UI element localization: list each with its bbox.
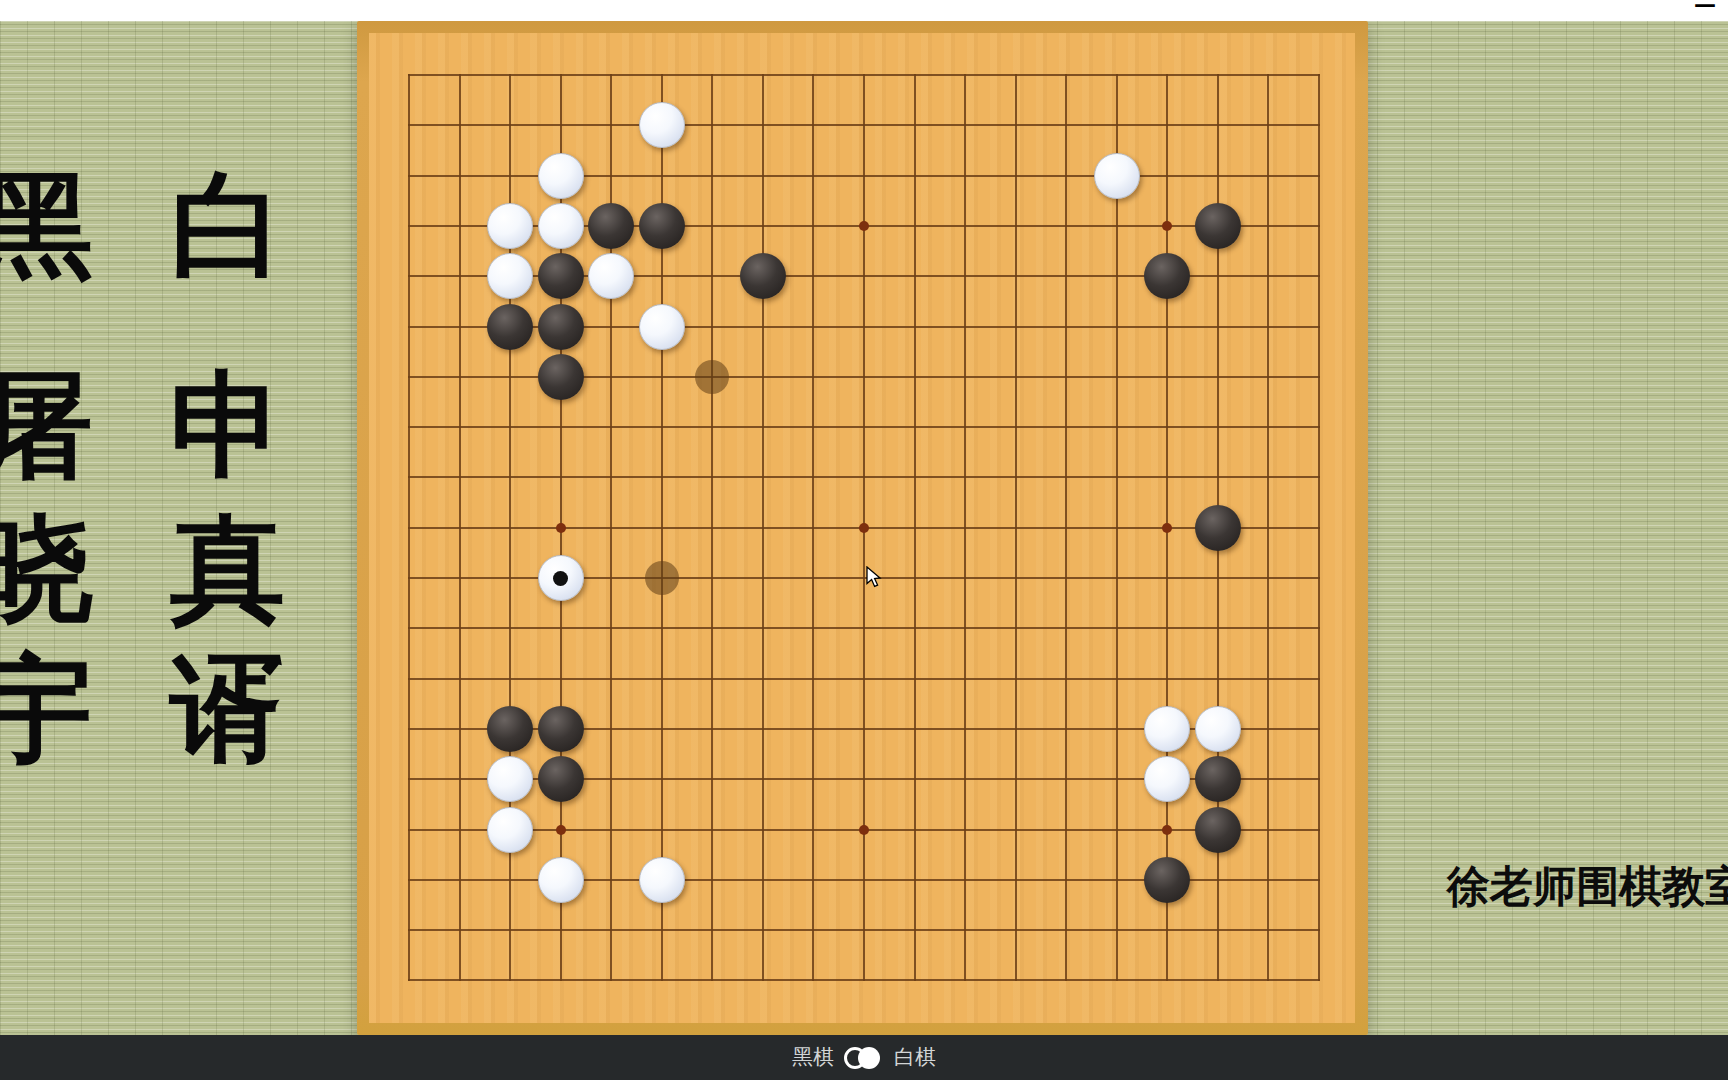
go-board[interactable] bbox=[357, 21, 1368, 1035]
white-stone bbox=[1144, 706, 1190, 752]
black-player-char: 黑 bbox=[0, 168, 93, 283]
grid-horizontal-line bbox=[408, 627, 1320, 629]
white-stone bbox=[487, 203, 533, 249]
titlebar: — bbox=[0, 0, 1728, 21]
white-stone bbox=[487, 253, 533, 299]
black-stones-label: 黑棋 bbox=[792, 1035, 834, 1080]
black-stone bbox=[1195, 505, 1241, 551]
hoshi-point bbox=[556, 523, 566, 533]
hoshi-point bbox=[556, 825, 566, 835]
last-move-marker bbox=[553, 571, 568, 586]
white-stone bbox=[639, 102, 685, 148]
mouse-cursor bbox=[866, 566, 888, 590]
black-stone bbox=[639, 203, 685, 249]
grid-horizontal-line bbox=[408, 678, 1320, 680]
grid-vertical-line bbox=[1065, 74, 1067, 981]
grid-vertical-line bbox=[1318, 74, 1320, 981]
grid-vertical-line bbox=[1267, 74, 1269, 981]
stone-color-toggle[interactable] bbox=[844, 1047, 880, 1069]
white-stone bbox=[639, 304, 685, 350]
white-stone bbox=[1195, 706, 1241, 752]
white-stone bbox=[1094, 153, 1140, 199]
ghost-stone bbox=[695, 360, 729, 394]
minimize-icon[interactable]: — bbox=[1694, 0, 1716, 15]
white-player-char: 谞 bbox=[170, 652, 285, 767]
white-stone bbox=[538, 203, 584, 249]
hoshi-point bbox=[859, 825, 869, 835]
bottom-toolbar: 黑棋 白棋 bbox=[0, 1035, 1728, 1080]
black-player-char: 宇 bbox=[0, 652, 93, 767]
grid-vertical-line bbox=[914, 74, 916, 981]
white-player-char: 白 bbox=[170, 168, 285, 283]
grid-vertical-line bbox=[1015, 74, 1017, 981]
black-stone bbox=[538, 354, 584, 400]
black-stone bbox=[487, 304, 533, 350]
white-stone bbox=[538, 857, 584, 903]
black-stone bbox=[538, 304, 584, 350]
white-stone bbox=[538, 153, 584, 199]
watermark-text: 徐老师围棋教室 bbox=[1447, 858, 1728, 916]
black-stone bbox=[1144, 857, 1190, 903]
black-stone bbox=[740, 253, 786, 299]
white-player-char: 真 bbox=[170, 512, 285, 627]
hoshi-point bbox=[859, 523, 869, 533]
white-stone-icon bbox=[858, 1047, 880, 1069]
black-stone bbox=[538, 756, 584, 802]
white-stone bbox=[538, 555, 584, 601]
white-stone bbox=[487, 756, 533, 802]
black-stone bbox=[487, 706, 533, 752]
black-player-char: 晓 bbox=[0, 512, 93, 627]
white-player-char: 申 bbox=[170, 368, 285, 483]
hoshi-point bbox=[859, 221, 869, 231]
hoshi-point bbox=[1162, 523, 1172, 533]
grid-horizontal-line bbox=[408, 979, 1320, 981]
white-stones-label: 白棋 bbox=[894, 1035, 936, 1080]
black-player-char: 屠 bbox=[0, 368, 93, 483]
black-stone bbox=[1195, 203, 1241, 249]
grid-horizontal-line bbox=[408, 929, 1320, 931]
white-stone bbox=[487, 807, 533, 853]
black-stone bbox=[1195, 807, 1241, 853]
white-stone bbox=[639, 857, 685, 903]
black-stone bbox=[538, 253, 584, 299]
grid-vertical-line bbox=[1116, 74, 1118, 981]
screen: { "game": "go", "window": { "minimize_gl… bbox=[0, 0, 1728, 1080]
black-stone bbox=[538, 706, 584, 752]
black-stone bbox=[1195, 756, 1241, 802]
grid-vertical-line bbox=[964, 74, 966, 981]
ghost-stone bbox=[645, 561, 679, 595]
hoshi-point bbox=[1162, 825, 1172, 835]
black-stone bbox=[588, 203, 634, 249]
